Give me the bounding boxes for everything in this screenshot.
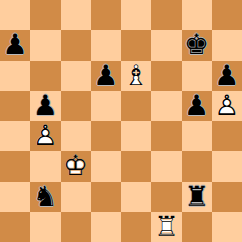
square-h4[interactable] [212,121,242,151]
piece-white-king[interactable]: ♚♔ [61,151,91,181]
square-d5[interactable] [91,91,121,121]
square-f2[interactable] [151,182,181,212]
square-a5[interactable] [0,91,30,121]
square-b5[interactable]: ♟ [30,91,60,121]
square-g6[interactable] [182,61,212,91]
square-h1[interactable] [212,212,242,242]
square-b6[interactable] [30,61,60,91]
square-c5[interactable] [61,91,91,121]
square-h7[interactable] [212,30,242,60]
square-c6[interactable] [61,61,91,91]
square-c7[interactable] [61,30,91,60]
square-d7[interactable] [91,30,121,60]
black-pawn-icon: ♟ [0,30,30,60]
square-b8[interactable] [30,0,60,30]
square-a4[interactable] [0,121,30,151]
square-f4[interactable] [151,121,181,151]
square-e8[interactable] [121,0,151,30]
square-f3[interactable] [151,151,181,181]
piece-black-rook[interactable]: ♜ [182,182,212,212]
square-g8[interactable] [182,0,212,30]
piece-white-rook[interactable]: ♜♖ [151,212,181,242]
piece-black-king[interactable]: ♚ [182,30,212,60]
piece-white-bishop[interactable]: ♝♗ [121,61,151,91]
square-a7[interactable]: ♟ [0,30,30,60]
white-rook-icon: ♖ [151,212,181,242]
white-pawn-icon: ♙ [212,91,242,121]
square-g3[interactable] [182,151,212,181]
square-d2[interactable] [91,182,121,212]
square-c3[interactable]: ♚♔ [61,151,91,181]
chess-board: ♟♚♟♝♗♟♟♟♟♙♟♙♚♔♞♜♜♖ [0,0,242,242]
square-a8[interactable] [0,0,30,30]
white-pawn-icon: ♙ [30,121,60,151]
black-pawn-icon: ♟ [91,61,121,91]
square-h3[interactable] [212,151,242,181]
square-c2[interactable] [61,182,91,212]
square-b2[interactable]: ♞ [30,182,60,212]
square-e2[interactable] [121,182,151,212]
square-b3[interactable] [30,151,60,181]
square-h8[interactable] [212,0,242,30]
square-b4[interactable]: ♟♙ [30,121,60,151]
square-e7[interactable] [121,30,151,60]
square-h5[interactable]: ♟♙ [212,91,242,121]
square-b1[interactable] [30,212,60,242]
black-rook-icon: ♜ [182,182,212,212]
square-f5[interactable] [151,91,181,121]
square-b7[interactable] [30,30,60,60]
square-f8[interactable] [151,0,181,30]
piece-white-pawn[interactable]: ♟♙ [30,121,60,151]
square-h2[interactable] [212,182,242,212]
square-c1[interactable] [61,212,91,242]
white-bishop-icon: ♗ [121,61,151,91]
black-pawn-icon: ♟ [212,61,242,91]
white-king-icon: ♔ [61,151,91,181]
piece-black-pawn[interactable]: ♟ [0,30,30,60]
square-a6[interactable] [0,61,30,91]
square-c8[interactable] [61,0,91,30]
square-d6[interactable]: ♟ [91,61,121,91]
square-g2[interactable]: ♜ [182,182,212,212]
piece-black-pawn[interactable]: ♟ [212,61,242,91]
square-d8[interactable] [91,0,121,30]
square-d1[interactable] [91,212,121,242]
piece-black-knight[interactable]: ♞ [30,182,60,212]
square-a1[interactable] [0,212,30,242]
black-knight-icon: ♞ [30,182,60,212]
piece-black-pawn[interactable]: ♟ [182,91,212,121]
square-g7[interactable]: ♚ [182,30,212,60]
square-e5[interactable] [121,91,151,121]
piece-black-pawn[interactable]: ♟ [30,91,60,121]
piece-white-pawn[interactable]: ♟♙ [212,91,242,121]
square-c4[interactable] [61,121,91,151]
black-king-icon: ♚ [182,30,212,60]
black-pawn-icon: ♟ [30,91,60,121]
square-g5[interactable]: ♟ [182,91,212,121]
square-f1[interactable]: ♜♖ [151,212,181,242]
square-g1[interactable] [182,212,212,242]
square-f7[interactable] [151,30,181,60]
square-a3[interactable] [0,151,30,181]
square-d4[interactable] [91,121,121,151]
black-pawn-icon: ♟ [182,91,212,121]
square-d3[interactable] [91,151,121,181]
square-h6[interactable]: ♟ [212,61,242,91]
square-f6[interactable] [151,61,181,91]
square-e6[interactable]: ♝♗ [121,61,151,91]
square-e3[interactable] [121,151,151,181]
piece-black-pawn[interactable]: ♟ [91,61,121,91]
square-a2[interactable] [0,182,30,212]
square-e4[interactable] [121,121,151,151]
square-g4[interactable] [182,121,212,151]
square-e1[interactable] [121,212,151,242]
